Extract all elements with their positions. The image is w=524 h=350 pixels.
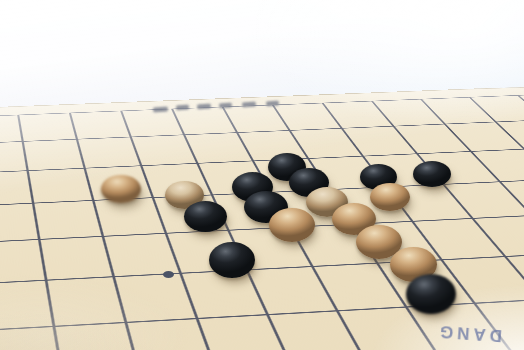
wood-stone[interactable] [370, 183, 410, 211]
board-cell[interactable] [38, 236, 112, 280]
black-stone[interactable] [413, 161, 451, 187]
edge-character-mark [197, 104, 211, 110]
edge-character-mark [219, 103, 232, 109]
board-cell[interactable] [0, 239, 45, 283]
edge-character-mark [266, 101, 279, 107]
edge-character-mark [153, 106, 168, 112]
board-cell[interactable] [0, 280, 52, 330]
board-cell[interactable] [22, 139, 84, 170]
board-cell[interactable] [17, 113, 76, 141]
black-stone[interactable] [209, 242, 255, 278]
black-stone[interactable] [406, 274, 456, 314]
star-point-hoshi [163, 271, 174, 278]
board-cell[interactable] [45, 276, 125, 326]
wood-stone[interactable] [101, 175, 141, 203]
board-cell[interactable] [32, 200, 102, 239]
edge-character-mark [176, 105, 189, 111]
edge-character-mark [242, 102, 256, 108]
board-cell[interactable] [69, 111, 130, 139]
wood-stone[interactable] [269, 208, 315, 242]
black-stone[interactable] [184, 201, 227, 232]
go-board-photo: DANG [0, 0, 524, 350]
board-cell[interactable] [26, 168, 92, 203]
